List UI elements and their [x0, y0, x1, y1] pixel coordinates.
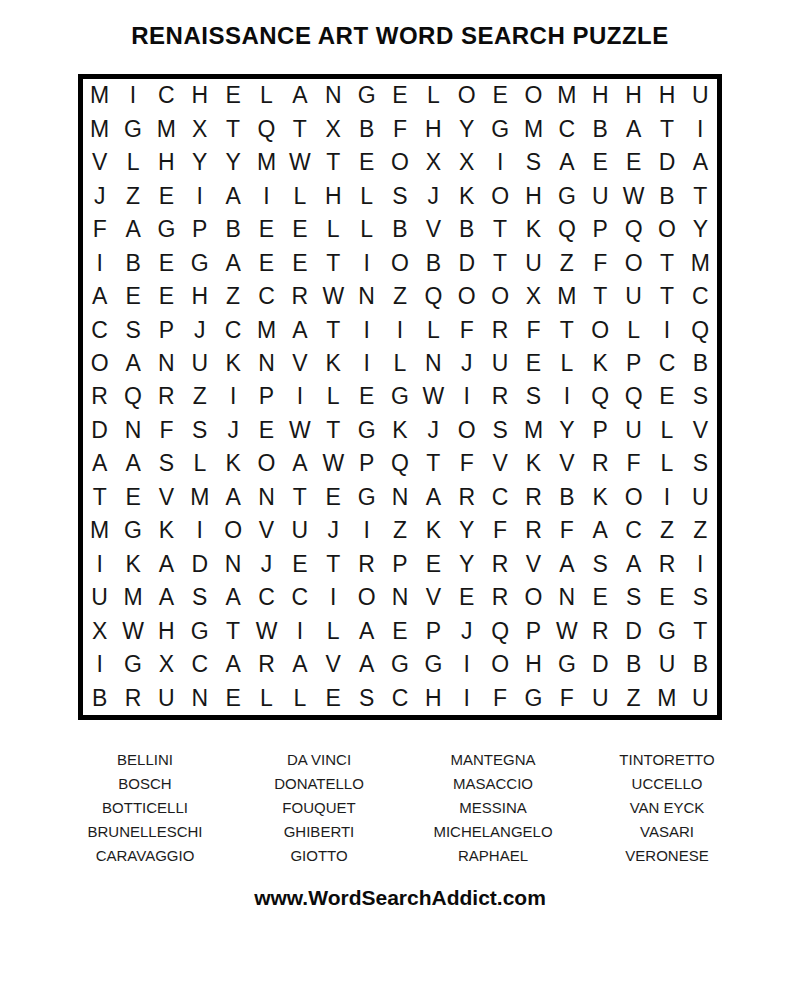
grid-cell-r1c7: A [283, 79, 316, 112]
grid-cell-r3c11: X [417, 146, 450, 179]
grid-cell-r12c6: O [250, 447, 283, 480]
grid-cell-r2c12: Y [450, 112, 483, 145]
grid-cell-r19c12: I [450, 682, 483, 715]
grid-cell-r17c15: W [550, 615, 583, 648]
grid-cell-r7c19: C [684, 280, 717, 313]
grid-cell-r5c18: O [650, 213, 683, 246]
grid-cell-r9c7: V [283, 347, 316, 380]
grid-cell-r1c16: H [584, 79, 617, 112]
grid-cell-r11c10: K [383, 414, 416, 447]
grid-cell-r11c4: S [183, 414, 216, 447]
grid-cell-r3c7: W [283, 146, 316, 179]
grid-cell-r5c7: E [283, 213, 316, 246]
grid-cell-r16c11: V [417, 581, 450, 614]
grid-cell-r7c14: X [517, 280, 550, 313]
grid-cell-r3c5: Y [216, 146, 249, 179]
grid-cell-r2c7: T [283, 112, 316, 145]
grid-cell-r16c15: N [550, 581, 583, 614]
grid-cell-r3c10: O [383, 146, 416, 179]
grid-cell-r8c9: I [350, 313, 383, 346]
grid-cell-r1c14: O [517, 79, 550, 112]
grid-cell-r5c19: Y [684, 213, 717, 246]
word-list-column-2: DA VINCIDONATELLOFOUQUETGHIBERTIGIOTTO [232, 748, 406, 868]
grid-cell-r6c1: I [83, 246, 116, 279]
grid-cell-r16c7: C [283, 581, 316, 614]
grid-cell-r15c7: E [283, 548, 316, 581]
grid-cell-r14c15: F [550, 514, 583, 547]
grid-cell-r2c10: F [383, 112, 416, 145]
grid-cell-r13c14: R [517, 481, 550, 514]
grid-cell-r18c15: G [550, 648, 583, 681]
grid-cell-r7c18: T [650, 280, 683, 313]
grid-cell-r14c18: Z [650, 514, 683, 547]
grid-cell-r2c9: B [350, 112, 383, 145]
grid-cell-r14c7: U [283, 514, 316, 547]
grid-cell-r16c5: A [216, 581, 249, 614]
grid-cell-r15c1: I [83, 548, 116, 581]
grid-cell-r11c2: N [116, 414, 149, 447]
grid-cell-r7c10: Z [383, 280, 416, 313]
grid-cell-r14c2: G [116, 514, 149, 547]
grid-cell-r10c18: E [650, 380, 683, 413]
grid-cell-r9c12: J [450, 347, 483, 380]
grid-cell-r19c18: M [650, 682, 683, 715]
grid-cell-r16c10: N [383, 581, 416, 614]
grid-cell-r18c9: A [350, 648, 383, 681]
grid-cell-r9c14: E [517, 347, 550, 380]
grid-cell-r12c15: V [550, 447, 583, 480]
grid-cell-r10c9: E [350, 380, 383, 413]
grid-cell-r1c8: N [317, 79, 350, 112]
grid-cell-r14c11: K [417, 514, 450, 547]
grid-cell-r9c19: B [684, 347, 717, 380]
grid-cell-r12c12: F [450, 447, 483, 480]
grid-cell-r11c8: T [317, 414, 350, 447]
grid-cell-r12c3: S [150, 447, 183, 480]
grid-cell-r8c14: F [517, 313, 550, 346]
grid-cell-r13c4: M [183, 481, 216, 514]
grid-cell-r12c8: W [317, 447, 350, 480]
grid-cell-r4c14: H [517, 179, 550, 212]
grid-cell-r3c4: Y [183, 146, 216, 179]
grid-cell-r3c9: E [350, 146, 383, 179]
grid-cell-r8c19: Q [684, 313, 717, 346]
grid-cell-r10c1: R [83, 380, 116, 413]
grid-cell-r15c12: Y [450, 548, 483, 581]
word-list-item: MASACCIO [406, 772, 580, 796]
grid-cell-r2c3: M [150, 112, 183, 145]
word-list-item: VAN EYCK [580, 796, 754, 820]
grid-cell-r2c4: X [183, 112, 216, 145]
grid-cell-r16c6: C [250, 581, 283, 614]
grid-cell-r4c13: O [483, 179, 516, 212]
grid-cell-r6c19: M [684, 246, 717, 279]
grid-cell-r5c8: L [317, 213, 350, 246]
grid-cell-r10c3: R [150, 380, 183, 413]
grid-cell-r17c18: G [650, 615, 683, 648]
grid-cell-r16c17: S [617, 581, 650, 614]
grid-cell-r8c15: T [550, 313, 583, 346]
grid-cell-r4c11: J [417, 179, 450, 212]
grid-cell-r1c12: O [450, 79, 483, 112]
grid-cell-r11c13: S [483, 414, 516, 447]
grid-cell-r18c18: U [650, 648, 683, 681]
grid-cell-r17c12: J [450, 615, 483, 648]
grid-cell-r6c18: T [650, 246, 683, 279]
grid-cell-r1c4: H [183, 79, 216, 112]
puzzle-title: RENAISSANCE ART WORD SEARCH PUZZLE [0, 22, 800, 50]
grid-cell-r6c8: T [317, 246, 350, 279]
grid-cell-r16c2: M [116, 581, 149, 614]
grid-cell-r14c16: A [584, 514, 617, 547]
word-list-item: MESSINA [406, 796, 580, 820]
grid-cell-r12c2: A [116, 447, 149, 480]
grid-cell-r9c13: U [483, 347, 516, 380]
grid-cell-r8c13: R [483, 313, 516, 346]
grid-cell-r9c16: K [584, 347, 617, 380]
grid-cell-r17c14: P [517, 615, 550, 648]
grid-cell-r6c4: G [183, 246, 216, 279]
grid-cell-r12c1: A [83, 447, 116, 480]
word-list-item: BRUNELLESCHI [58, 820, 232, 844]
grid-cell-r17c19: T [684, 615, 717, 648]
grid-cell-r6c2: B [116, 246, 149, 279]
grid-cell-r4c1: J [83, 179, 116, 212]
grid-cell-r10c17: Q [617, 380, 650, 413]
grid-cell-r12c14: K [517, 447, 550, 480]
grid-cell-r4c8: H [317, 179, 350, 212]
word-list-item: VASARI [580, 820, 754, 844]
grid-cell-r6c13: T [483, 246, 516, 279]
grid-cell-r1c3: C [150, 79, 183, 112]
grid-cell-r9c3: N [150, 347, 183, 380]
grid-cell-r3c19: A [684, 146, 717, 179]
grid-cell-r9c17: P [617, 347, 650, 380]
grid-cell-r3c18: D [650, 146, 683, 179]
grid-cell-r17c9: A [350, 615, 383, 648]
grid-cell-r4c12: K [450, 179, 483, 212]
grid-cell-r12c7: A [283, 447, 316, 480]
grid-cell-r19c9: S [350, 682, 383, 715]
grid-cell-r12c18: L [650, 447, 683, 480]
grid-cell-r8c8: T [317, 313, 350, 346]
grid-cell-r2c8: X [317, 112, 350, 145]
word-list-item: BELLINI [58, 748, 232, 772]
grid-cell-r3c12: X [450, 146, 483, 179]
grid-cell-r5c12: B [450, 213, 483, 246]
grid-cell-r19c17: Z [617, 682, 650, 715]
grid-cell-r10c10: G [383, 380, 416, 413]
grid-cell-r18c14: H [517, 648, 550, 681]
grid-cell-r18c4: C [183, 648, 216, 681]
grid-cell-r17c5: T [216, 615, 249, 648]
word-list-item: RAPHAEL [406, 844, 580, 868]
grid-cell-r16c18: E [650, 581, 683, 614]
grid-cell-r4c16: U [584, 179, 617, 212]
grid-cell-r14c9: I [350, 514, 383, 547]
grid-cell-r9c6: N [250, 347, 283, 380]
grid-cell-r16c1: U [83, 581, 116, 614]
grid-cell-r13c15: B [550, 481, 583, 514]
grid-cell-r7c4: H [183, 280, 216, 313]
grid-cell-r13c7: T [283, 481, 316, 514]
grid-cell-r14c12: Y [450, 514, 483, 547]
grid-cell-r15c14: V [517, 548, 550, 581]
grid-cell-r13c3: V [150, 481, 183, 514]
grid-cell-r19c8: E [317, 682, 350, 715]
grid-cell-r11c15: Y [550, 414, 583, 447]
word-search-grid: MICHELANGELOEOMHHHUMGMXTQTXBFHYGMCBATIVL… [78, 74, 722, 720]
grid-cell-r19c4: N [183, 682, 216, 715]
grid-cell-r2c17: A [617, 112, 650, 145]
grid-cell-r5c2: A [116, 213, 149, 246]
grid-cell-r12c13: V [483, 447, 516, 480]
grid-cell-r9c2: A [116, 347, 149, 380]
grid-cell-r6c6: E [250, 246, 283, 279]
grid-cell-r1c18: H [650, 79, 683, 112]
grid-cell-r3c16: E [584, 146, 617, 179]
grid-cell-r11c9: G [350, 414, 383, 447]
grid-cell-r11c12: O [450, 414, 483, 447]
word-list-item: GHIBERTI [232, 820, 406, 844]
grid-cell-r13c8: E [317, 481, 350, 514]
grid-cell-r18c2: G [116, 648, 149, 681]
grid-cell-r19c15: F [550, 682, 583, 715]
grid-cell-r8c12: F [450, 313, 483, 346]
grid-cell-r11c18: L [650, 414, 683, 447]
grid-cell-r12c16: R [584, 447, 617, 480]
word-list-item: CARAVAGGIO [58, 844, 232, 868]
grid-cell-r3c6: M [250, 146, 283, 179]
grid-cell-r19c6: L [250, 682, 283, 715]
page: { "game": "word_search", "title": "RENAI… [0, 0, 800, 1000]
grid-cell-r9c5: K [216, 347, 249, 380]
grid-cell-r18c12: I [450, 648, 483, 681]
grid-cell-r5c1: F [83, 213, 116, 246]
grid-cell-r1c19: U [684, 79, 717, 112]
grid-cell-r19c19: U [684, 682, 717, 715]
grid-cell-r13c6: N [250, 481, 283, 514]
grid-cell-r18c1: I [83, 648, 116, 681]
grid-cell-r16c9: O [350, 581, 383, 614]
grid-cell-r7c17: U [617, 280, 650, 313]
grid-cell-r4c5: A [216, 179, 249, 212]
grid-cell-r19c2: R [116, 682, 149, 715]
grid-cell-r2c16: B [584, 112, 617, 145]
grid-cell-r2c15: C [550, 112, 583, 145]
grid-cell-r8c6: M [250, 313, 283, 346]
word-list-item: UCCELLO [580, 772, 754, 796]
grid-cell-r13c16: K [584, 481, 617, 514]
grid-cell-r11c1: D [83, 414, 116, 447]
grid-cell-r10c12: I [450, 380, 483, 413]
grid-cell-r6c14: U [517, 246, 550, 279]
grid-cell-r18c17: B [617, 648, 650, 681]
grid-cell-r7c9: N [350, 280, 383, 313]
grid-cell-r2c5: T [216, 112, 249, 145]
grid-cell-r1c13: E [483, 79, 516, 112]
grid-cell-r9c1: O [83, 347, 116, 380]
grid-cell-r9c18: C [650, 347, 683, 380]
grid-cell-r12c9: P [350, 447, 383, 480]
grid-cell-r2c14: M [517, 112, 550, 145]
grid-cell-r16c14: O [517, 581, 550, 614]
grid-cell-r13c11: A [417, 481, 450, 514]
grid-cell-r19c16: U [584, 682, 617, 715]
grid-cell-r7c11: Q [417, 280, 450, 313]
grid-cell-r8c3: P [150, 313, 183, 346]
grid-cell-r10c2: Q [116, 380, 149, 413]
grid-cell-r18c3: X [150, 648, 183, 681]
grid-cell-r15c18: R [650, 548, 683, 581]
grid-cell-r8c11: L [417, 313, 450, 346]
grid-cell-r11c16: P [584, 414, 617, 447]
grid-cell-r14c13: F [483, 514, 516, 547]
grid-cell-r14c17: C [617, 514, 650, 547]
grid-cell-r4c10: S [383, 179, 416, 212]
grid-cell-r2c11: H [417, 112, 450, 145]
grid-cell-r5c15: Q [550, 213, 583, 246]
grid-cell-r14c3: K [150, 514, 183, 547]
grid-cell-r16c12: E [450, 581, 483, 614]
grid-cell-r13c19: U [684, 481, 717, 514]
grid-cell-r4c15: G [550, 179, 583, 212]
grid-cell-r10c5: I [216, 380, 249, 413]
grid-cell-r15c17: A [617, 548, 650, 581]
grid-cell-r6c16: F [584, 246, 617, 279]
grid-cell-r18c16: D [584, 648, 617, 681]
grid-cell-r13c13: C [483, 481, 516, 514]
grid-cell-r18c6: R [250, 648, 283, 681]
grid-cell-r14c4: I [183, 514, 216, 547]
grid-cell-r13c17: O [617, 481, 650, 514]
grid-cell-r14c10: Z [383, 514, 416, 547]
grid-cell-r8c16: O [584, 313, 617, 346]
grid-cell-r2c1: M [83, 112, 116, 145]
grid-cell-r12c17: F [617, 447, 650, 480]
grid-cell-r5c9: L [350, 213, 383, 246]
grid-cell-r1c9: G [350, 79, 383, 112]
word-list-item: DA VINCI [232, 748, 406, 772]
word-list-column-4: TINTORETTOUCCELLOVAN EYCKVASARIVERONESE [580, 748, 754, 868]
grid-cell-r14c5: O [216, 514, 249, 547]
grid-cell-r18c19: B [684, 648, 717, 681]
grid-cell-r7c5: Z [216, 280, 249, 313]
grid-cell-r8c10: I [383, 313, 416, 346]
grid-cell-r19c10: C [383, 682, 416, 715]
grid-cell-r15c10: P [383, 548, 416, 581]
grid-cell-r16c3: A [150, 581, 183, 614]
word-list-item: MANTEGNA [406, 748, 580, 772]
grid-cell-r7c1: A [83, 280, 116, 313]
grid-cell-r17c11: P [417, 615, 450, 648]
word-list-item: GIOTTO [232, 844, 406, 868]
grid-cell-r13c2: E [116, 481, 149, 514]
grid-cell-r3c17: E [617, 146, 650, 179]
grid-cell-r16c8: I [317, 581, 350, 614]
word-list-item: FOUQUET [232, 796, 406, 820]
grid-cell-r7c7: R [283, 280, 316, 313]
grid-cell-r3c8: T [317, 146, 350, 179]
grid-cell-r5c13: T [483, 213, 516, 246]
grid-cell-r19c11: H [417, 682, 450, 715]
word-list-column-3: MANTEGNAMASACCIOMESSINAMICHELANGELORAPHA… [406, 748, 580, 868]
grid-cell-r7c6: C [250, 280, 283, 313]
website-url: www.WordSearchAddict.com [0, 886, 800, 910]
grid-cell-r18c11: G [417, 648, 450, 681]
grid-cell-r17c3: H [150, 615, 183, 648]
grid-cell-r10c16: Q [584, 380, 617, 413]
grid-cell-r10c4: Z [183, 380, 216, 413]
grid-cell-r9c8: K [317, 347, 350, 380]
grid-cell-r4c6: I [250, 179, 283, 212]
grid-cell-r5c11: V [417, 213, 450, 246]
grid-cell-r8c1: C [83, 313, 116, 346]
grid-cell-r1c2: I [116, 79, 149, 112]
grid-cell-r15c11: E [417, 548, 450, 581]
grid-cell-r10c15: I [550, 380, 583, 413]
grid-cell-r8c18: I [650, 313, 683, 346]
grid-cell-r7c12: O [450, 280, 483, 313]
grid-cell-r18c8: V [317, 648, 350, 681]
grid-cell-r14c1: M [83, 514, 116, 547]
grid-cell-r11c3: F [150, 414, 183, 447]
grid-cell-r9c9: I [350, 347, 383, 380]
grid-cell-r11c11: J [417, 414, 450, 447]
grid-cell-r6c5: A [216, 246, 249, 279]
grid-cell-r14c14: R [517, 514, 550, 547]
grid-cell-r3c15: A [550, 146, 583, 179]
grid-cell-r5c14: K [517, 213, 550, 246]
grid-cell-r17c17: D [617, 615, 650, 648]
grid-cell-r9c10: L [383, 347, 416, 380]
grid-cell-r18c7: A [283, 648, 316, 681]
grid-cell-r11c19: V [684, 414, 717, 447]
word-list-column-1: BELLINIBOSCHBOTTICELLIBRUNELLESCHICARAVA… [58, 748, 232, 868]
grid-cell-r6c15: Z [550, 246, 583, 279]
grid-cell-r11c7: W [283, 414, 316, 447]
grid-cell-r6c3: E [150, 246, 183, 279]
grid-cell-r5c16: P [584, 213, 617, 246]
grid-cell-r1c10: E [383, 79, 416, 112]
grid-cell-r15c8: T [317, 548, 350, 581]
grid-cell-r13c9: G [350, 481, 383, 514]
grid-cell-r11c14: M [517, 414, 550, 447]
grid-cell-r7c2: E [116, 280, 149, 313]
grid-cell-r10c19: S [684, 380, 717, 413]
grid-cell-r7c15: M [550, 280, 583, 313]
grid-cell-r7c8: W [317, 280, 350, 313]
grid-cell-r2c2: G [116, 112, 149, 145]
grid-cell-r3c3: H [150, 146, 183, 179]
grid-cell-r16c4: S [183, 581, 216, 614]
grid-cell-r18c10: G [383, 648, 416, 681]
grid-cell-r19c3: U [150, 682, 183, 715]
grid-cell-r3c13: I [483, 146, 516, 179]
grid-cell-r15c5: N [216, 548, 249, 581]
grid-cell-r13c5: A [216, 481, 249, 514]
grid-cell-r9c11: N [417, 347, 450, 380]
grid-cell-r15c13: R [483, 548, 516, 581]
grid-cell-r6c12: D [450, 246, 483, 279]
grid-cell-r11c6: E [250, 414, 283, 447]
grid-cell-r15c3: A [150, 548, 183, 581]
grid-cell-r5c17: Q [617, 213, 650, 246]
grid-cell-r19c7: L [283, 682, 316, 715]
grid-cell-r6c10: O [383, 246, 416, 279]
grid-cell-r7c3: E [150, 280, 183, 313]
grid-cell-r8c17: L [617, 313, 650, 346]
